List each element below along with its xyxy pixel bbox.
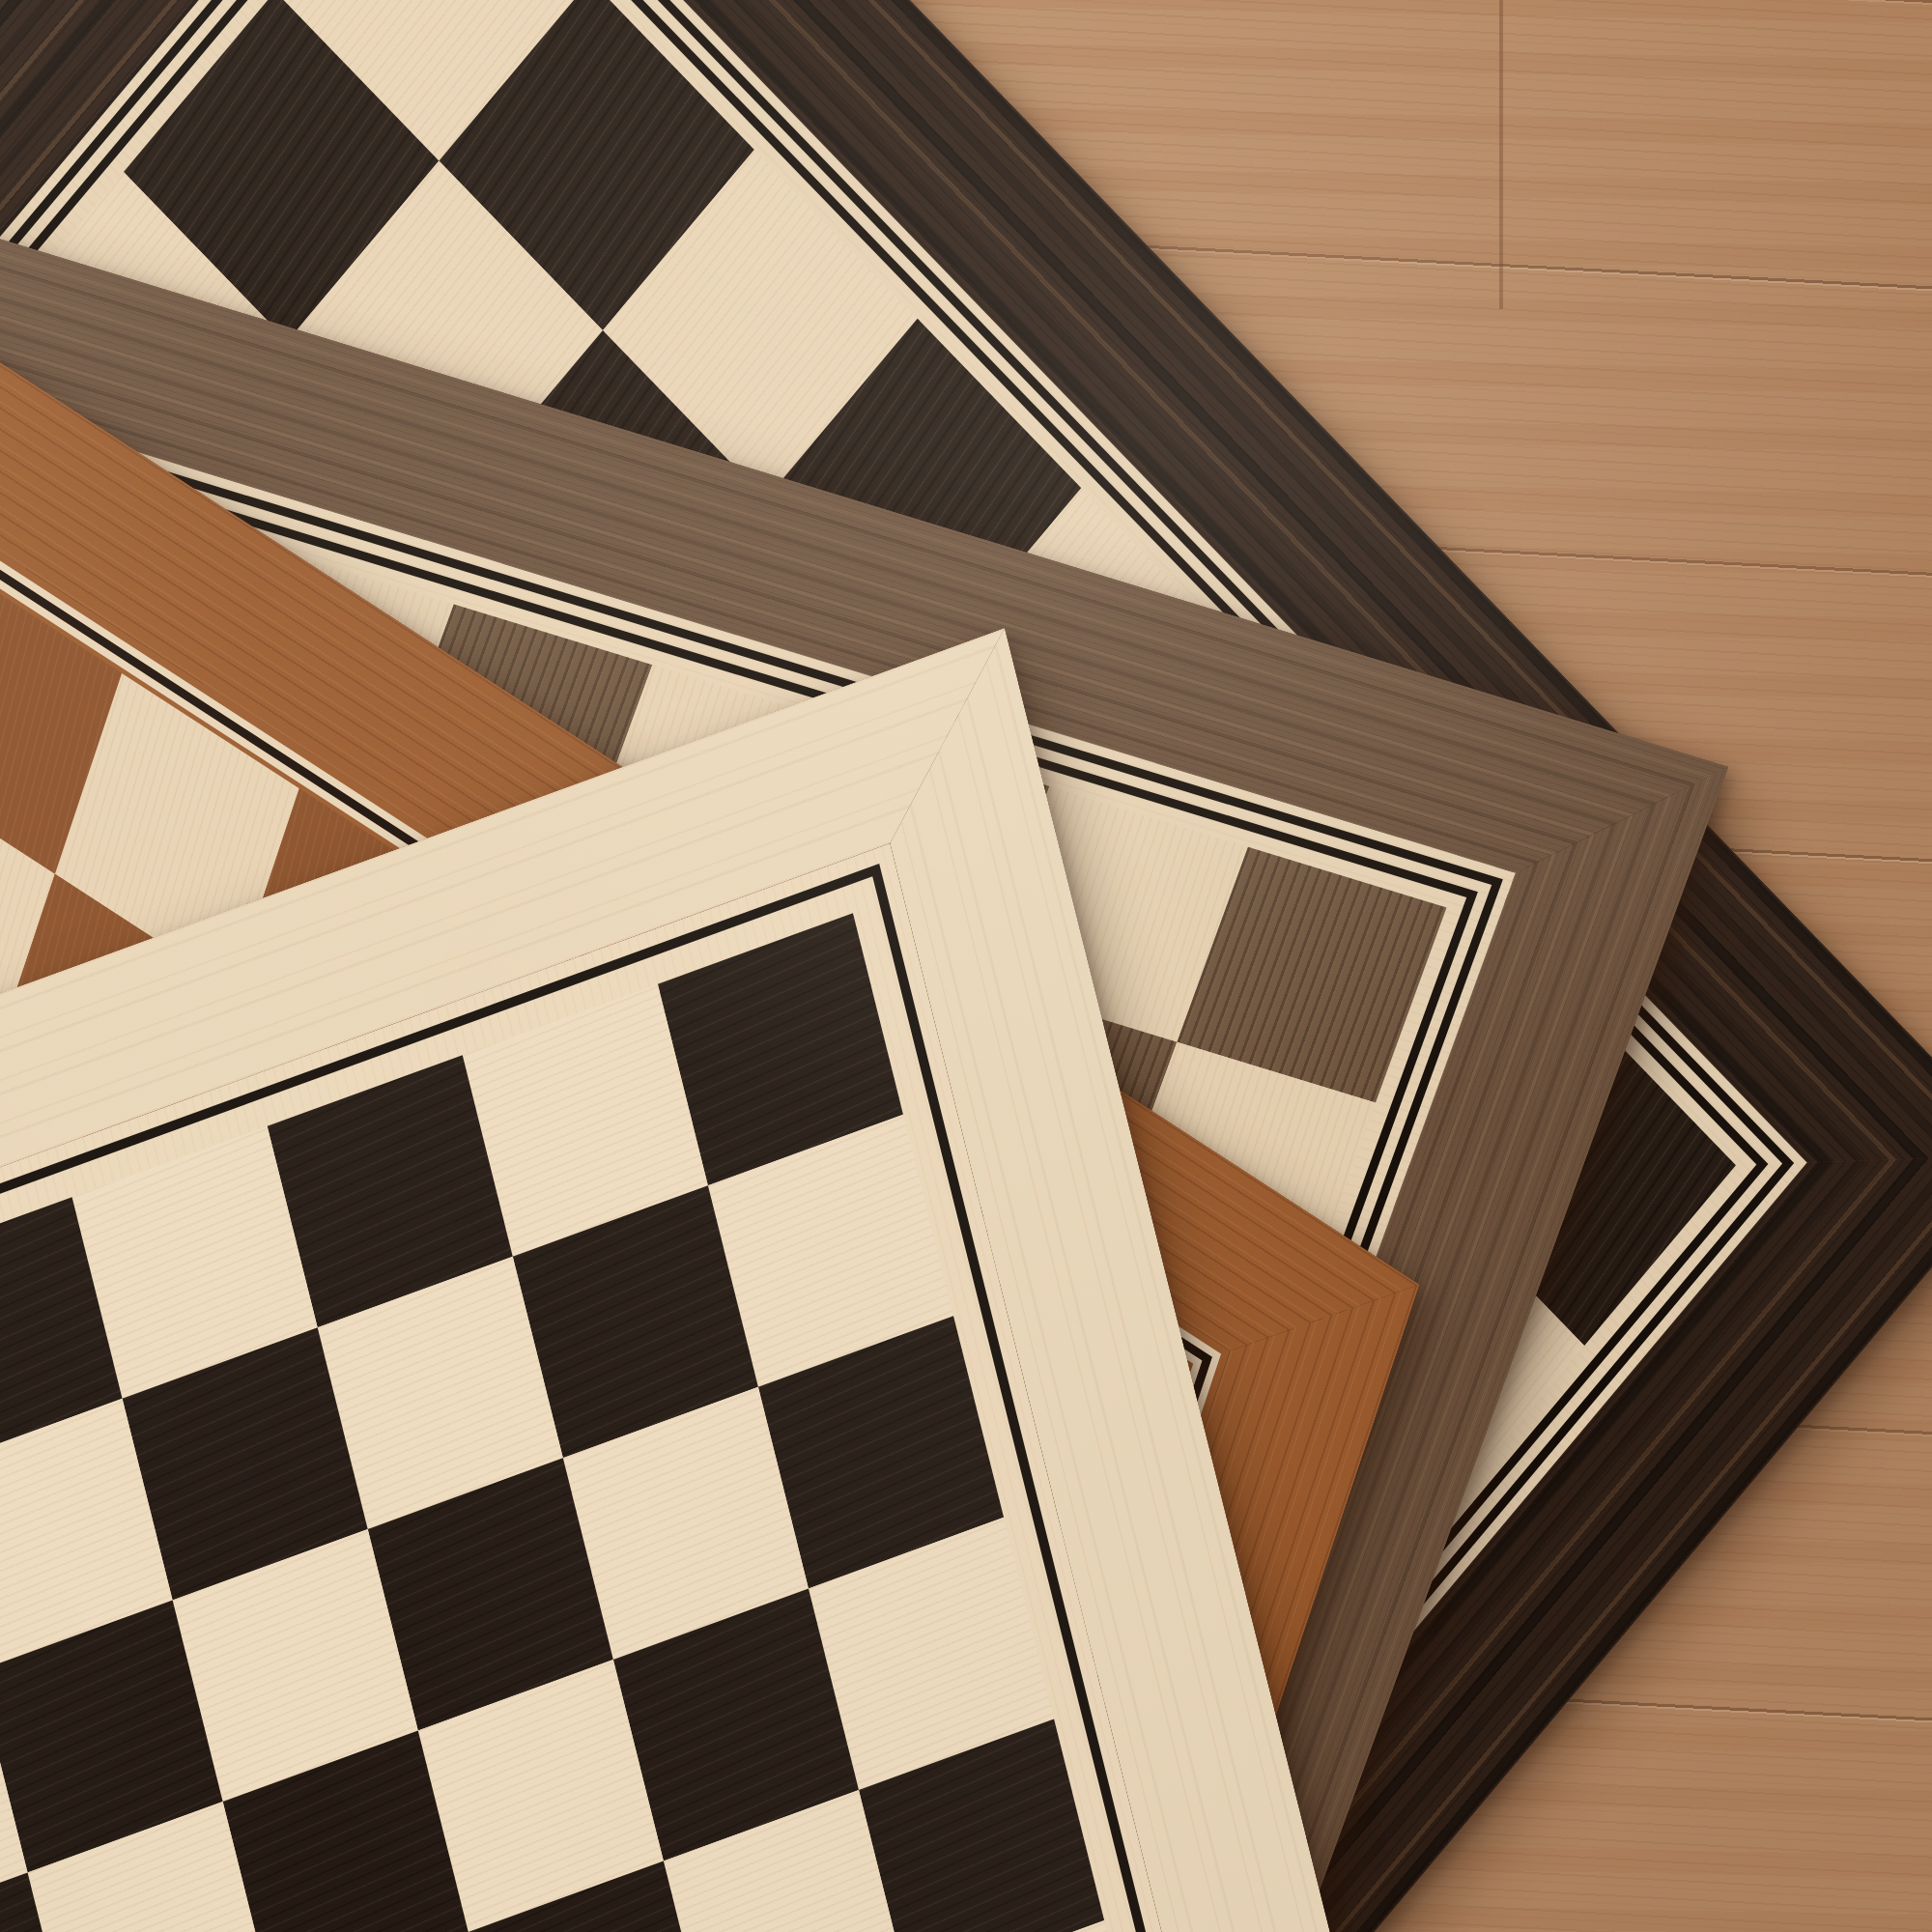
scene — [0, 0, 1932, 1932]
maple-board-shadow — [0, 0, 1932, 1932]
maple-chessboard — [0, 628, 1512, 1932]
